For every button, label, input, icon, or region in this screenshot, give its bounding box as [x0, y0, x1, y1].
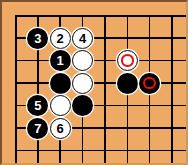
stone-black: 5 — [27, 95, 48, 116]
stone-white — [72, 73, 93, 94]
grid-line-horizontal — [15, 60, 187, 62]
grid-line-vertical — [171, 15, 173, 164]
stone-white-circled — [117, 50, 138, 71]
stone-white — [50, 95, 71, 116]
grid-line-horizontal — [15, 15, 187, 17]
grid-line-horizontal — [15, 150, 187, 152]
stone-white: 2 — [50, 28, 71, 49]
stone-white: 4 — [72, 28, 93, 49]
stone-black: 3 — [27, 28, 48, 49]
stone-black-circled — [139, 73, 160, 94]
stone-white: 6 — [50, 118, 71, 139]
stone-white — [72, 50, 93, 71]
grid-line-horizontal — [15, 82, 187, 84]
stone-black — [117, 73, 138, 94]
stone-black — [50, 73, 71, 94]
grid-line-vertical — [104, 15, 106, 164]
grid-line-vertical — [15, 15, 17, 164]
circle-marker-icon — [121, 54, 134, 67]
go-board-diagram: 3241576 — [0, 0, 188, 165]
circle-marker-icon — [143, 77, 156, 90]
stone-black — [72, 95, 93, 116]
stone-black: 1 — [50, 50, 71, 71]
stone-black: 7 — [27, 118, 48, 139]
